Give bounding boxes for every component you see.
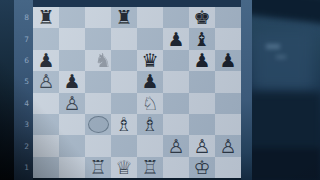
white-rook-c1[interactable]: ♖ (89, 158, 106, 177)
square-c6[interactable]: ♞ (85, 50, 111, 71)
square-a3[interactable] (33, 114, 59, 135)
board-right-frame (241, 0, 252, 180)
square-f6[interactable] (163, 50, 189, 71)
square-h8[interactable] (215, 7, 241, 28)
square-d5[interactable] (111, 71, 137, 92)
black-rook-d8[interactable]: ♜ (115, 8, 132, 27)
studio-background-block (246, 92, 320, 154)
square-h3[interactable] (215, 114, 241, 135)
square-b3[interactable] (59, 114, 85, 135)
square-h4[interactable] (215, 93, 241, 114)
rank-label-5: 5 (14, 71, 33, 92)
rank-label-8: 8 (14, 7, 33, 28)
video-frame: 87654321 ♜♜♚♟♝♟♞♛♟♟♙♟♟♙♘♗♗♙♙♙♖♕♖♔ (0, 0, 320, 180)
square-b7[interactable] (59, 28, 85, 49)
white-pawn-a5[interactable]: ♙ (37, 72, 54, 91)
chess-board[interactable]: ♜♜♚♟♝♟♞♛♟♟♙♟♟♙♘♗♗♙♙♙♖♕♖♔ (33, 7, 241, 178)
square-d2[interactable] (111, 135, 137, 156)
square-g1[interactable]: ♔ (189, 157, 215, 178)
square-c4[interactable] (85, 93, 111, 114)
square-e2[interactable] (137, 135, 163, 156)
rank-label-3: 3 (14, 114, 33, 135)
black-king-g8[interactable]: ♚ (193, 8, 210, 27)
white-bishop-d3[interactable]: ♗ (115, 115, 132, 134)
frame-left-edge (0, 0, 14, 180)
square-a2[interactable] (33, 135, 59, 156)
studio-background-blob (252, 30, 314, 92)
square-g5[interactable] (189, 71, 215, 92)
square-e1[interactable]: ♖ (137, 157, 163, 178)
rank-label-strip: 87654321 (14, 0, 33, 180)
square-a7[interactable] (33, 28, 59, 49)
square-f7[interactable]: ♟ (163, 28, 189, 49)
square-d1[interactable]: ♕ (111, 157, 137, 178)
square-c8[interactable] (85, 7, 111, 28)
studio-light-speck (276, 55, 286, 59)
square-a5[interactable]: ♙ (33, 71, 59, 92)
white-pawn-b4[interactable]: ♙ (63, 94, 80, 113)
white-king-g1[interactable]: ♔ (193, 158, 210, 177)
square-d7[interactable] (111, 28, 137, 49)
square-f3[interactable] (163, 114, 189, 135)
square-d8[interactable]: ♜ (111, 7, 137, 28)
square-a4[interactable] (33, 93, 59, 114)
square-f1[interactable] (163, 157, 189, 178)
white-bishop-e3[interactable]: ♗ (141, 115, 158, 134)
square-e8[interactable] (137, 7, 163, 28)
square-b8[interactable] (59, 7, 85, 28)
black-pawn-g6[interactable]: ♟ (193, 51, 210, 70)
rank-label-4: 4 (14, 93, 33, 114)
square-e3[interactable]: ♗ (137, 114, 163, 135)
circle-annotation-c3 (88, 116, 109, 133)
square-c2[interactable] (85, 135, 111, 156)
white-pawn-g2[interactable]: ♙ (193, 137, 210, 156)
square-h1[interactable] (215, 157, 241, 178)
square-f5[interactable] (163, 71, 189, 92)
square-h2[interactable]: ♙ (215, 135, 241, 156)
square-e4[interactable]: ♘ (137, 93, 163, 114)
square-d6[interactable] (111, 50, 137, 71)
square-f8[interactable] (163, 7, 189, 28)
rank-label-6: 6 (14, 50, 33, 71)
square-b5[interactable]: ♟ (59, 71, 85, 92)
square-a1[interactable] (33, 157, 59, 178)
square-h7[interactable] (215, 28, 241, 49)
black-pawn-f7[interactable]: ♟ (167, 30, 184, 49)
square-b1[interactable] (59, 157, 85, 178)
square-g3[interactable] (189, 114, 215, 135)
white-knight-e4[interactable]: ♘ (141, 94, 158, 113)
white-pawn-h2[interactable]: ♙ (219, 137, 236, 156)
square-c7[interactable] (85, 28, 111, 49)
black-bishop-g7[interactable]: ♝ (193, 30, 210, 49)
black-pawn-e5[interactable]: ♟ (141, 72, 158, 91)
white-rook-e1[interactable]: ♖ (141, 158, 158, 177)
square-e6[interactable]: ♛ (137, 50, 163, 71)
white-queen-d1[interactable]: ♕ (115, 158, 132, 177)
square-c5[interactable] (85, 71, 111, 92)
square-c1[interactable]: ♖ (85, 157, 111, 178)
rank-label-2: 2 (14, 135, 33, 156)
black-queen-e6[interactable]: ♛ (141, 51, 158, 70)
square-a6[interactable]: ♟ (33, 50, 59, 71)
square-b2[interactable] (59, 135, 85, 156)
square-g2[interactable]: ♙ (189, 135, 215, 156)
square-b4[interactable]: ♙ (59, 93, 85, 114)
rank-label-1: 1 (14, 157, 33, 178)
black-rook-a8[interactable]: ♜ (37, 8, 54, 27)
square-d4[interactable] (111, 93, 137, 114)
black-pawn-h6[interactable]: ♟ (219, 51, 236, 70)
square-b6[interactable] (59, 50, 85, 71)
black-pawn-a6[interactable]: ♟ (37, 51, 54, 70)
ghost-black-knight: ♞ (94, 51, 111, 70)
square-e5[interactable]: ♟ (137, 71, 163, 92)
black-pawn-b5[interactable]: ♟ (63, 72, 80, 91)
studio-light-speck (266, 44, 280, 49)
square-g4[interactable] (189, 93, 215, 114)
square-e7[interactable] (137, 28, 163, 49)
white-pawn-f2[interactable]: ♙ (167, 137, 184, 156)
square-g6[interactable]: ♟ (189, 50, 215, 71)
studio-background-bottom (243, 148, 320, 180)
square-g8[interactable]: ♚ (189, 7, 215, 28)
square-h5[interactable] (215, 71, 241, 92)
rank-label-7: 7 (14, 28, 33, 49)
square-g7[interactable]: ♝ (189, 28, 215, 49)
square-h6[interactable]: ♟ (215, 50, 241, 71)
square-f2[interactable]: ♙ (163, 135, 189, 156)
square-d3[interactable]: ♗ (111, 114, 137, 135)
square-c3[interactable] (85, 114, 111, 135)
square-f4[interactable] (163, 93, 189, 114)
square-a8[interactable]: ♜ (33, 7, 59, 28)
